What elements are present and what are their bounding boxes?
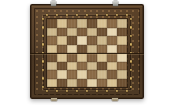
square-a2 [47, 70, 57, 79]
square-d7 [77, 28, 87, 37]
square-b6 [57, 36, 67, 45]
square-b7 [57, 28, 67, 37]
chess-box [30, 4, 144, 99]
square-g4 [107, 53, 117, 62]
square-h1 [117, 79, 127, 88]
latch-icon [112, 98, 118, 102]
brass-stud-icon [86, 14, 89, 17]
brass-stud-icon [42, 35, 45, 38]
brass-stud-icon [56, 14, 59, 17]
square-b1 [57, 79, 67, 88]
square-b8 [57, 19, 67, 28]
brass-stud-icon [130, 35, 133, 38]
square-e2 [87, 70, 97, 79]
square-e8 [87, 19, 97, 28]
square-g1 [107, 79, 117, 88]
brass-stud-icon [42, 77, 45, 80]
square-e6 [87, 36, 97, 45]
square-a8 [47, 19, 57, 28]
square-d4 [77, 53, 87, 62]
brass-stud-icon [130, 60, 133, 63]
brass-stud-icon [130, 26, 133, 29]
brass-stud-icon [116, 14, 119, 17]
hinge-icon [51, 1, 56, 6]
square-a4 [47, 53, 57, 62]
square-c2 [67, 70, 77, 79]
square-e1 [87, 79, 97, 88]
square-d2 [77, 70, 87, 79]
square-h5 [117, 45, 127, 54]
square-b4 [57, 53, 67, 62]
square-c3 [67, 62, 77, 71]
square-f2 [97, 70, 107, 79]
square-f4 [97, 53, 107, 62]
brass-stud-icon [42, 52, 45, 55]
brass-stud-icon [130, 77, 133, 80]
square-h8 [117, 19, 127, 28]
square-h4 [117, 53, 127, 62]
chess-board [47, 19, 127, 87]
square-d1 [77, 79, 87, 88]
brass-stud-icon [130, 52, 133, 55]
square-a6 [47, 36, 57, 45]
square-e7 [87, 28, 97, 37]
square-c1 [67, 79, 77, 88]
square-b3 [57, 62, 67, 71]
brass-stud-icon [56, 90, 59, 93]
brass-stud-icon [126, 14, 129, 17]
brass-stud-icon [130, 43, 133, 46]
square-c5 [67, 45, 77, 54]
square-f1 [97, 79, 107, 88]
brass-stud-icon [42, 18, 45, 21]
brass-stud-icon [76, 90, 79, 93]
brass-stud-icon [46, 14, 49, 17]
square-g5 [107, 45, 117, 54]
square-g8 [107, 19, 117, 28]
brass-stud-icon [76, 14, 79, 17]
square-g2 [107, 70, 117, 79]
square-h3 [117, 62, 127, 71]
brass-stud-icon [116, 90, 119, 93]
brass-stud-icon [66, 14, 69, 17]
brass-stud-icon [126, 90, 129, 93]
square-a3 [47, 62, 57, 71]
square-d5 [77, 45, 87, 54]
square-e3 [87, 62, 97, 71]
square-f3 [97, 62, 107, 71]
square-f5 [97, 45, 107, 54]
brass-stud-icon [42, 86, 45, 89]
brass-stud-icon [96, 14, 99, 17]
square-b2 [57, 70, 67, 79]
square-a7 [47, 28, 57, 37]
square-b5 [57, 45, 67, 54]
brass-stud-icon [42, 26, 45, 29]
square-a5 [47, 45, 57, 54]
square-g6 [107, 36, 117, 45]
square-g3 [107, 62, 117, 71]
latch-icon [51, 98, 57, 102]
square-h6 [117, 36, 127, 45]
hinge-icon [113, 1, 118, 6]
brass-stud-icon [86, 90, 89, 93]
square-c8 [67, 19, 77, 28]
photo-background [0, 0, 175, 105]
square-h2 [117, 70, 127, 79]
square-e5 [87, 45, 97, 54]
square-d6 [77, 36, 87, 45]
square-d8 [77, 19, 87, 28]
square-d3 [77, 62, 87, 71]
square-a1 [47, 79, 57, 88]
square-c4 [67, 53, 77, 62]
square-f6 [97, 36, 107, 45]
brass-stud-icon [66, 90, 69, 93]
brass-stud-icon [130, 69, 133, 72]
brass-stud-icon [130, 18, 133, 21]
brass-stud-icon [42, 43, 45, 46]
brass-stud-icon [130, 86, 133, 89]
brass-stud-icon [106, 14, 109, 17]
square-e4 [87, 53, 97, 62]
brass-stud-icon [42, 69, 45, 72]
brass-stud-icon [106, 90, 109, 93]
square-c6 [67, 36, 77, 45]
square-f8 [97, 19, 107, 28]
brass-stud-icon [42, 60, 45, 63]
brass-stud-icon [96, 90, 99, 93]
square-c7 [67, 28, 77, 37]
square-h7 [117, 28, 127, 37]
brass-stud-icon [46, 90, 49, 93]
square-f7 [97, 28, 107, 37]
square-g7 [107, 28, 117, 37]
